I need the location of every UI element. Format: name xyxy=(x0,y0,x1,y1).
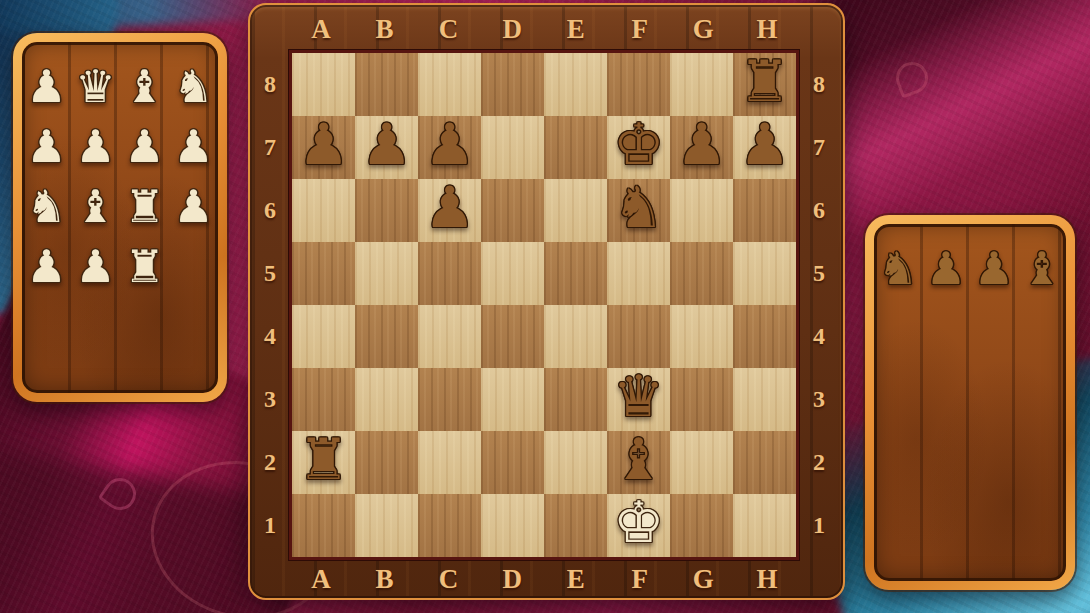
file-label-c: C xyxy=(417,562,481,596)
square-d3[interactable] xyxy=(481,368,544,431)
square-a5[interactable] xyxy=(292,242,355,305)
white-pawn: ♟ xyxy=(26,238,66,296)
square-g2[interactable] xyxy=(670,431,733,494)
square-e5[interactable] xyxy=(544,242,607,305)
square-h5[interactable] xyxy=(733,242,796,305)
captured-piece-slot: ♟ xyxy=(120,116,169,176)
captured-piece-slot: ♟ xyxy=(22,236,71,296)
square-f3[interactable]: ♛ xyxy=(607,368,670,431)
white-pawn: ♟ xyxy=(124,118,164,176)
rank-label-3: 3 xyxy=(252,368,288,431)
file-label-g: G xyxy=(672,562,736,596)
captured-black-pieces-tray: ♞♟♟♝ xyxy=(865,215,1075,590)
square-a3[interactable] xyxy=(292,368,355,431)
chess-board[interactable]: ♜♟♟♟♚♟♟♟♞♛♜♝♚ xyxy=(292,53,796,557)
square-g8[interactable] xyxy=(670,53,733,116)
square-f1[interactable]: ♚ xyxy=(607,494,670,557)
file-labels-top: ABCDEFGH xyxy=(289,10,799,48)
square-a4[interactable] xyxy=(292,305,355,368)
square-a7[interactable]: ♟ xyxy=(292,116,355,179)
square-f5[interactable] xyxy=(607,242,670,305)
captured-black-grid: ♞♟♟♝ xyxy=(874,240,1066,298)
tray-wood-panel: ♞♟♟♝ xyxy=(874,224,1066,581)
square-h4[interactable] xyxy=(733,305,796,368)
rank-label-5: 5 xyxy=(801,242,837,305)
file-label-e: E xyxy=(544,562,608,596)
rank-labels-left: 87654321 xyxy=(252,53,288,557)
captured-white-pieces-tray: ♟♛♝♞♟♟♟♟♞♝♜♟♟♟♜ xyxy=(13,33,227,402)
square-f8[interactable] xyxy=(607,53,670,116)
square-g5[interactable] xyxy=(670,242,733,305)
rank-label-1: 1 xyxy=(801,494,837,557)
rank-label-4: 4 xyxy=(801,305,837,368)
square-e8[interactable] xyxy=(544,53,607,116)
file-label-f: F xyxy=(608,10,672,48)
square-a1[interactable] xyxy=(292,494,355,557)
white-pawn: ♟ xyxy=(75,118,115,176)
rank-label-3: 3 xyxy=(801,368,837,431)
rank-label-7: 7 xyxy=(252,116,288,179)
black-pawn-c7[interactable]: ♟ xyxy=(418,112,481,175)
square-h6[interactable] xyxy=(733,179,796,242)
file-label-a: A xyxy=(289,10,353,48)
captured-piece-slot: ♟ xyxy=(22,56,71,116)
white-rook: ♜ xyxy=(124,238,164,296)
rank-label-6: 6 xyxy=(801,179,837,242)
square-f2[interactable]: ♝ xyxy=(607,431,670,494)
square-c2[interactable] xyxy=(418,431,481,494)
square-h8[interactable]: ♜ xyxy=(733,53,796,116)
rank-label-7: 7 xyxy=(801,116,837,179)
square-e7[interactable] xyxy=(544,116,607,179)
black-pawn-c6[interactable]: ♟ xyxy=(418,175,481,238)
square-g1[interactable] xyxy=(670,494,733,557)
white-knight: ♞ xyxy=(26,178,66,236)
square-c5[interactable] xyxy=(418,242,481,305)
file-label-h: H xyxy=(735,562,799,596)
rank-label-2: 2 xyxy=(801,431,837,494)
rank-label-6: 6 xyxy=(252,179,288,242)
square-c8[interactable] xyxy=(418,53,481,116)
square-b2[interactable] xyxy=(355,431,418,494)
square-b5[interactable] xyxy=(355,242,418,305)
square-b3[interactable] xyxy=(355,368,418,431)
square-e3[interactable] xyxy=(544,368,607,431)
square-e4[interactable] xyxy=(544,305,607,368)
captured-white-grid: ♟♛♝♞♟♟♟♟♞♝♜♟♟♟♜ xyxy=(22,56,218,296)
square-c6[interactable]: ♟ xyxy=(418,179,481,242)
black-pawn-b7[interactable]: ♟ xyxy=(355,112,418,175)
board-border: ♜♟♟♟♚♟♟♟♞♛♜♝♚ xyxy=(289,50,799,560)
file-label-g: G xyxy=(672,10,736,48)
square-g4[interactable] xyxy=(670,305,733,368)
white-pawn: ♟ xyxy=(26,118,66,176)
square-g6[interactable] xyxy=(670,179,733,242)
square-d6[interactable] xyxy=(481,179,544,242)
empty-slot xyxy=(169,236,218,296)
square-f7[interactable]: ♚ xyxy=(607,116,670,179)
square-d4[interactable] xyxy=(481,305,544,368)
square-h1[interactable] xyxy=(733,494,796,557)
square-f4[interactable] xyxy=(607,305,670,368)
file-label-c: C xyxy=(417,10,481,48)
captured-piece-slot: ♝ xyxy=(1018,240,1066,298)
captured-piece-slot: ♞ xyxy=(874,240,922,298)
rank-label-8: 8 xyxy=(801,53,837,116)
white-bishop: ♝ xyxy=(75,178,115,236)
captured-piece-slot: ♝ xyxy=(120,56,169,116)
square-e1[interactable] xyxy=(544,494,607,557)
white-knight: ♞ xyxy=(173,58,213,116)
captured-piece-slot: ♟ xyxy=(71,116,120,176)
black-bishop-f2[interactable]: ♝ xyxy=(607,427,670,490)
square-a8[interactable] xyxy=(292,53,355,116)
square-c7[interactable]: ♟ xyxy=(418,116,481,179)
black-bishop: ♝ xyxy=(1022,240,1062,298)
white-pawn: ♟ xyxy=(75,238,115,296)
square-e2[interactable] xyxy=(544,431,607,494)
white-queen: ♛ xyxy=(75,58,115,116)
black-pawn: ♟ xyxy=(974,240,1014,298)
captured-piece-slot: ♝ xyxy=(71,176,120,236)
board-frame: ABCDEFGH ABCDEFGH 87654321 87654321 ♜♟♟♟… xyxy=(248,3,845,600)
square-f6[interactable]: ♞ xyxy=(607,179,670,242)
rank-label-8: 8 xyxy=(252,53,288,116)
file-label-a: A xyxy=(289,562,353,596)
black-pawn-g7[interactable]: ♟ xyxy=(670,112,733,175)
square-d8[interactable] xyxy=(481,53,544,116)
white-rook: ♜ xyxy=(124,178,164,236)
captured-piece-slot: ♟ xyxy=(169,116,218,176)
file-label-d: D xyxy=(480,562,544,596)
black-queen-f3[interactable]: ♛ xyxy=(607,364,670,427)
file-label-e: E xyxy=(544,10,608,48)
chess-app-screen: ♟♛♝♞♟♟♟♟♞♝♜♟♟♟♜ ABCDEFGH ABCDEFGH 876543… xyxy=(0,0,1090,613)
file-label-h: H xyxy=(735,10,799,48)
square-b8[interactable] xyxy=(355,53,418,116)
captured-piece-slot: ♜ xyxy=(120,176,169,236)
file-label-b: B xyxy=(353,562,417,596)
file-label-b: B xyxy=(353,10,417,48)
captured-piece-slot: ♞ xyxy=(22,176,71,236)
square-h3[interactable] xyxy=(733,368,796,431)
captured-piece-slot: ♟ xyxy=(22,116,71,176)
square-g3[interactable] xyxy=(670,368,733,431)
white-bishop: ♝ xyxy=(124,58,164,116)
square-b7[interactable]: ♟ xyxy=(355,116,418,179)
captured-piece-slot: ♟ xyxy=(970,240,1018,298)
captured-piece-slot: ♟ xyxy=(922,240,970,298)
white-pawn: ♟ xyxy=(173,118,213,176)
captured-piece-slot: ♜ xyxy=(120,236,169,296)
square-d7[interactable] xyxy=(481,116,544,179)
square-g7[interactable]: ♟ xyxy=(670,116,733,179)
rank-labels-right: 87654321 xyxy=(801,53,837,557)
black-rook-h8[interactable]: ♜ xyxy=(733,49,796,112)
captured-piece-slot: ♛ xyxy=(71,56,120,116)
rank-label-5: 5 xyxy=(252,242,288,305)
black-rook-a2[interactable]: ♜ xyxy=(292,427,355,490)
square-c1[interactable] xyxy=(418,494,481,557)
square-b1[interactable] xyxy=(355,494,418,557)
black-pawn-a7[interactable]: ♟ xyxy=(292,112,355,175)
square-b6[interactable] xyxy=(355,179,418,242)
captured-piece-slot: ♟ xyxy=(71,236,120,296)
captured-piece-slot: ♟ xyxy=(169,176,218,236)
rank-label-4: 4 xyxy=(252,305,288,368)
square-h2[interactable] xyxy=(733,431,796,494)
rank-label-2: 2 xyxy=(252,431,288,494)
file-label-d: D xyxy=(480,10,544,48)
black-knight: ♞ xyxy=(878,240,918,298)
square-c4[interactable] xyxy=(418,305,481,368)
square-c3[interactable] xyxy=(418,368,481,431)
black-knight-f6[interactable]: ♞ xyxy=(607,175,670,238)
captured-piece-slot: ♞ xyxy=(169,56,218,116)
rank-label-1: 1 xyxy=(252,494,288,557)
white-pawn: ♟ xyxy=(26,58,66,116)
white-king-f1[interactable]: ♚ xyxy=(607,490,670,553)
black-king-f7[interactable]: ♚ xyxy=(607,112,670,175)
tray-wood-panel: ♟♛♝♞♟♟♟♟♞♝♜♟♟♟♜ xyxy=(22,42,218,393)
square-a2[interactable]: ♜ xyxy=(292,431,355,494)
square-e6[interactable] xyxy=(544,179,607,242)
file-labels-bottom: ABCDEFGH xyxy=(289,562,799,596)
black-pawn: ♟ xyxy=(926,240,966,298)
square-b4[interactable] xyxy=(355,305,418,368)
white-pawn: ♟ xyxy=(173,178,213,236)
square-d2[interactable] xyxy=(481,431,544,494)
square-a6[interactable] xyxy=(292,179,355,242)
square-h7[interactable]: ♟ xyxy=(733,116,796,179)
file-label-f: F xyxy=(608,562,672,596)
square-d5[interactable] xyxy=(481,242,544,305)
black-pawn-h7[interactable]: ♟ xyxy=(733,112,796,175)
square-d1[interactable] xyxy=(481,494,544,557)
